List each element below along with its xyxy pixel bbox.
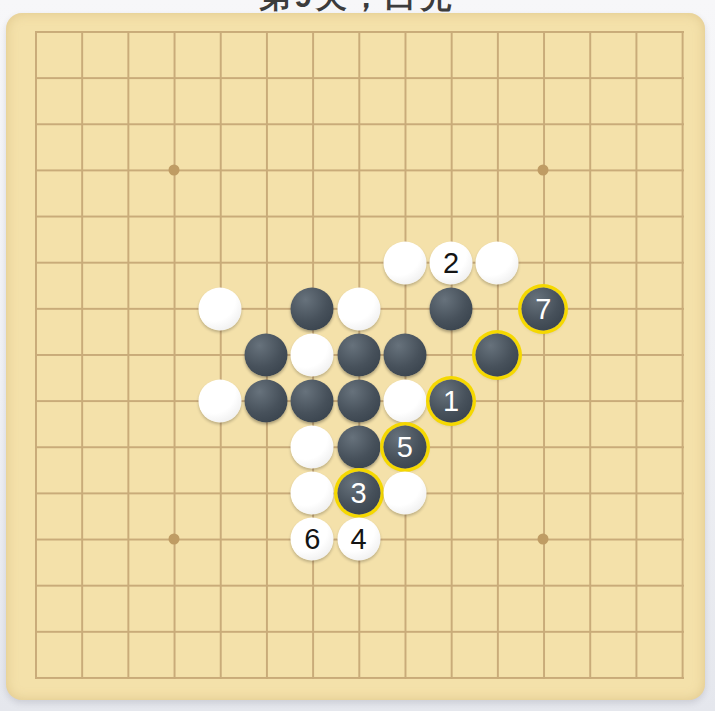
- stone-black: [245, 379, 288, 422]
- star-point: [538, 534, 549, 545]
- star-point: [168, 165, 179, 176]
- stone-white: [199, 287, 242, 330]
- board-grid[interactable]: 2715364: [35, 31, 684, 679]
- stone-black: [337, 333, 380, 376]
- stone-white: [476, 241, 519, 284]
- stone-black: [291, 379, 334, 422]
- stone-black-move-7: 7: [522, 287, 565, 330]
- stone-black: [383, 333, 426, 376]
- stone-white: [383, 241, 426, 284]
- gomoku-board-panel: 2715364: [6, 13, 705, 700]
- stone-black-move-5: 5: [383, 426, 426, 469]
- stone-black-move-3: 3: [337, 472, 380, 515]
- stone-black: [245, 333, 288, 376]
- stone-white: [337, 287, 380, 330]
- stone-black-move-1: 1: [430, 379, 473, 422]
- stone-white: [383, 472, 426, 515]
- stone-black: [291, 287, 334, 330]
- stone-black: [430, 287, 473, 330]
- stone-black: [337, 426, 380, 469]
- stone-white: [383, 379, 426, 422]
- stone-black: [337, 379, 380, 422]
- stone-white-move-6: 6: [291, 518, 334, 561]
- stone-white: [291, 426, 334, 469]
- stone-white: [199, 379, 242, 422]
- stone-white: [291, 333, 334, 376]
- star-point: [538, 165, 549, 176]
- star-point: [168, 534, 179, 545]
- stone-black: [476, 333, 519, 376]
- stone-white-move-4: 4: [337, 518, 380, 561]
- stone-white-move-2: 2: [430, 241, 473, 284]
- stone-white: [291, 472, 334, 515]
